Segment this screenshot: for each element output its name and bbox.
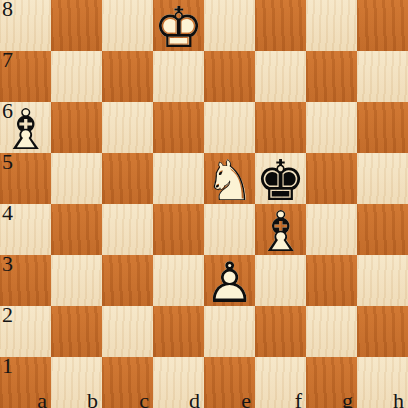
square-h3[interactable]: [357, 255, 408, 306]
square-f6[interactable]: [255, 102, 306, 153]
square-a2[interactable]: 2: [0, 306, 51, 357]
square-a8[interactable]: 8: [0, 0, 51, 51]
square-f1[interactable]: f: [255, 357, 306, 408]
rank-label-7: 7: [2, 49, 13, 71]
white-bishop-piece[interactable]: ♝♗: [255, 204, 306, 255]
square-d6[interactable]: [153, 102, 204, 153]
file-label-a: a: [37, 390, 47, 408]
square-e7[interactable]: [204, 51, 255, 102]
square-e3[interactable]: ♟♙: [204, 255, 255, 306]
square-a7[interactable]: 7: [0, 51, 51, 102]
square-h1[interactable]: h: [357, 357, 408, 408]
square-f3[interactable]: [255, 255, 306, 306]
rank-label-3: 3: [2, 253, 13, 275]
file-label-b: b: [87, 390, 98, 408]
square-b6[interactable]: [51, 102, 102, 153]
square-b2[interactable]: [51, 306, 102, 357]
square-e2[interactable]: [204, 306, 255, 357]
square-f4[interactable]: ♝♗: [255, 204, 306, 255]
file-label-h: h: [393, 390, 404, 408]
square-a6[interactable]: 6♝♗: [0, 102, 51, 153]
square-e5[interactable]: ♞♘: [204, 153, 255, 204]
square-c7[interactable]: [102, 51, 153, 102]
square-e8[interactable]: [204, 0, 255, 51]
file-label-d: d: [189, 390, 200, 408]
square-d5[interactable]: [153, 153, 204, 204]
rank-label-8: 8: [2, 0, 13, 20]
square-g7[interactable]: [306, 51, 357, 102]
square-b7[interactable]: [51, 51, 102, 102]
square-h7[interactable]: [357, 51, 408, 102]
square-g6[interactable]: [306, 102, 357, 153]
square-g4[interactable]: [306, 204, 357, 255]
square-b8[interactable]: [51, 0, 102, 51]
white-knight-piece[interactable]: ♞♘: [204, 153, 255, 204]
square-c8[interactable]: [102, 0, 153, 51]
square-c3[interactable]: [102, 255, 153, 306]
rank-label-4: 4: [2, 202, 13, 224]
square-c2[interactable]: [102, 306, 153, 357]
white-pawn-piece[interactable]: ♟♙: [204, 255, 255, 306]
square-a4[interactable]: 4: [0, 204, 51, 255]
square-a3[interactable]: 3: [0, 255, 51, 306]
square-d4[interactable]: [153, 204, 204, 255]
square-b3[interactable]: [51, 255, 102, 306]
white-bishop-piece[interactable]: ♝♗: [0, 102, 51, 153]
square-g8[interactable]: [306, 0, 357, 51]
square-f7[interactable]: [255, 51, 306, 102]
square-h6[interactable]: [357, 102, 408, 153]
square-a1[interactable]: 1a: [0, 357, 51, 408]
square-c1[interactable]: c: [102, 357, 153, 408]
square-c4[interactable]: [102, 204, 153, 255]
white-king-piece[interactable]: ♚♔: [153, 0, 204, 51]
rank-label-5: 5: [2, 151, 13, 173]
square-d1[interactable]: d: [153, 357, 204, 408]
file-label-e: e: [241, 390, 251, 408]
square-d7[interactable]: [153, 51, 204, 102]
square-a5[interactable]: 5: [0, 153, 51, 204]
square-e1[interactable]: e: [204, 357, 255, 408]
square-d3[interactable]: [153, 255, 204, 306]
square-b4[interactable]: [51, 204, 102, 255]
square-g1[interactable]: g: [306, 357, 357, 408]
square-f5[interactable]: ♚: [255, 153, 306, 204]
rank-label-2: 2: [2, 304, 13, 326]
square-c6[interactable]: [102, 102, 153, 153]
square-h5[interactable]: [357, 153, 408, 204]
square-d8[interactable]: ♚♔: [153, 0, 204, 51]
square-h2[interactable]: [357, 306, 408, 357]
square-b1[interactable]: b: [51, 357, 102, 408]
square-g3[interactable]: [306, 255, 357, 306]
file-label-f: f: [295, 390, 302, 408]
square-b5[interactable]: [51, 153, 102, 204]
square-f2[interactable]: [255, 306, 306, 357]
chess-board: 8♚♔76♝♗5♞♘♚4♝♗3♟♙21abcdefgh: [0, 0, 408, 408]
rank-label-1: 1: [2, 355, 13, 377]
black-king-piece[interactable]: ♚: [255, 153, 306, 204]
square-g2[interactable]: [306, 306, 357, 357]
square-f8[interactable]: [255, 0, 306, 51]
square-d2[interactable]: [153, 306, 204, 357]
file-label-g: g: [342, 390, 353, 408]
square-c5[interactable]: [102, 153, 153, 204]
square-h8[interactable]: [357, 0, 408, 51]
square-e4[interactable]: [204, 204, 255, 255]
square-e6[interactable]: [204, 102, 255, 153]
square-g5[interactable]: [306, 153, 357, 204]
square-h4[interactable]: [357, 204, 408, 255]
file-label-c: c: [139, 390, 149, 408]
